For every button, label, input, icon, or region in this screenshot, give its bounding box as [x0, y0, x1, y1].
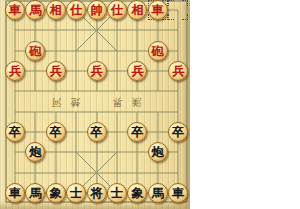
piece-red-砲[interactable]: 砲 [148, 41, 168, 61]
piece-red-兵[interactable]: 兵 [46, 61, 66, 81]
piece-red-仕[interactable]: 仕 [107, 0, 127, 20]
river-label-right: 漢界 [97, 95, 157, 109]
piece-black-象[interactable]: 象 [46, 183, 66, 203]
piece-black-馬[interactable]: 馬 [148, 183, 168, 203]
piece-black-士[interactable]: 士 [107, 183, 127, 203]
piece-red-帥[interactable]: 帥 [87, 0, 107, 20]
piece-black-将[interactable]: 将 [87, 183, 107, 203]
piece-red-車[interactable]: 車 [148, 0, 168, 20]
piece-black-卒[interactable]: 卒 [87, 122, 107, 142]
xiangqi-app-window: 楚河 漢界 車馬相仕帥仕相車砲砲兵兵兵兵兵卒卒卒卒卒炮炮車馬象士将士象馬車 [0, 0, 300, 209]
piece-red-兵[interactable]: 兵 [87, 61, 107, 81]
piece-red-砲[interactable]: 砲 [25, 41, 45, 61]
piece-red-兵[interactable]: 兵 [5, 61, 25, 81]
piece-black-炮[interactable]: 炮 [148, 142, 168, 162]
piece-red-車[interactable]: 車 [5, 0, 25, 20]
piece-black-卒[interactable]: 卒 [46, 122, 66, 142]
xiangqi-board[interactable]: 楚河 漢界 車馬相仕帥仕相車砲砲兵兵兵兵兵卒卒卒卒卒炮炮車馬象士将士象馬車 [0, 0, 190, 209]
piece-red-相[interactable]: 相 [46, 0, 66, 20]
piece-black-卒[interactable]: 卒 [5, 122, 25, 142]
piece-black-車[interactable]: 車 [5, 183, 25, 203]
river-label-left: 楚河 [36, 95, 96, 109]
